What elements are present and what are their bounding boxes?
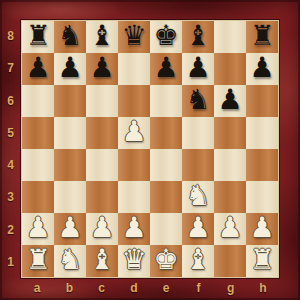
square-h4[interactable] — [246, 149, 278, 181]
piece-black-pawn[interactable]: ♟ — [57, 54, 82, 82]
piece-white-queen[interactable]: ♛ — [121, 246, 146, 274]
square-a5[interactable] — [22, 117, 54, 149]
square-h8[interactable]: ♜ — [246, 21, 278, 53]
square-c6[interactable] — [86, 85, 118, 117]
file-label-h: h — [247, 278, 279, 298]
piece-black-knight[interactable]: ♞ — [185, 86, 210, 114]
square-f3[interactable]: ♞ — [182, 181, 214, 213]
piece-black-king[interactable]: ♚ — [153, 22, 178, 50]
square-f6[interactable]: ♞ — [182, 85, 214, 117]
rank-label-7: 7 — [0, 52, 21, 84]
square-c5[interactable] — [86, 117, 118, 149]
square-b8[interactable]: ♞ — [54, 21, 86, 53]
square-b5[interactable] — [54, 117, 86, 149]
square-f4[interactable] — [182, 149, 214, 181]
rank-label-5: 5 — [0, 117, 21, 149]
file-label-c: c — [86, 278, 118, 298]
file-labels: abcdefgh — [21, 278, 279, 298]
square-h3[interactable] — [246, 181, 278, 213]
square-d2[interactable]: ♟ — [118, 213, 150, 245]
file-label-g: g — [215, 278, 247, 298]
square-f5[interactable] — [182, 117, 214, 149]
file-label-b: b — [53, 278, 85, 298]
square-e3[interactable] — [150, 181, 182, 213]
square-c1[interactable]: ♝ — [86, 245, 118, 277]
square-c2[interactable]: ♟ — [86, 213, 118, 245]
square-h1[interactable]: ♜ — [246, 245, 278, 277]
square-b3[interactable] — [54, 181, 86, 213]
file-label-f: f — [182, 278, 214, 298]
square-d1[interactable]: ♛ — [118, 245, 150, 277]
piece-white-pawn[interactable]: ♟ — [25, 214, 50, 242]
chessboard-app: 87654321 abcdefgh ♜♞♝♛♚♝♜♟♟♟♟♟♟♞♟♟♞♟♟♟♟♟… — [0, 0, 300, 300]
square-a1[interactable]: ♜ — [22, 245, 54, 277]
square-g2[interactable]: ♟ — [214, 213, 246, 245]
square-a7[interactable]: ♟ — [22, 53, 54, 85]
square-c8[interactable]: ♝ — [86, 21, 118, 53]
piece-black-knight[interactable]: ♞ — [57, 22, 82, 50]
piece-black-pawn[interactable]: ♟ — [217, 86, 242, 114]
square-d6[interactable] — [118, 85, 150, 117]
square-e1[interactable]: ♚ — [150, 245, 182, 277]
piece-black-queen[interactable]: ♛ — [121, 22, 146, 50]
square-c3[interactable] — [86, 181, 118, 213]
piece-black-bishop[interactable]: ♝ — [89, 22, 114, 50]
square-f8[interactable]: ♝ — [182, 21, 214, 53]
piece-white-pawn[interactable]: ♟ — [57, 214, 82, 242]
square-e5[interactable] — [150, 117, 182, 149]
piece-white-pawn[interactable]: ♟ — [249, 214, 274, 242]
square-b6[interactable] — [54, 85, 86, 117]
rank-labels: 87654321 — [0, 20, 21, 278]
file-label-e: e — [150, 278, 182, 298]
piece-white-bishop[interactable]: ♝ — [185, 246, 210, 274]
piece-black-rook[interactable]: ♜ — [249, 22, 274, 50]
file-label-d: d — [118, 278, 150, 298]
square-b1[interactable]: ♞ — [54, 245, 86, 277]
rank-label-4: 4 — [0, 149, 21, 181]
rank-label-1: 1 — [0, 246, 21, 278]
square-h2[interactable]: ♟ — [246, 213, 278, 245]
piece-black-bishop[interactable]: ♝ — [185, 22, 210, 50]
file-label-a: a — [21, 278, 53, 298]
square-h6[interactable] — [246, 85, 278, 117]
piece-white-bishop[interactable]: ♝ — [89, 246, 114, 274]
square-e4[interactable] — [150, 149, 182, 181]
piece-white-pawn[interactable]: ♟ — [121, 214, 146, 242]
square-f7[interactable]: ♟ — [182, 53, 214, 85]
piece-white-rook[interactable]: ♜ — [249, 246, 274, 274]
square-g3[interactable] — [214, 181, 246, 213]
square-d5[interactable]: ♟ — [118, 117, 150, 149]
square-g5[interactable] — [214, 117, 246, 149]
piece-white-pawn[interactable]: ♟ — [217, 214, 242, 242]
square-d3[interactable] — [118, 181, 150, 213]
square-f1[interactable]: ♝ — [182, 245, 214, 277]
piece-white-knight[interactable]: ♞ — [185, 182, 210, 210]
piece-white-knight[interactable]: ♞ — [57, 246, 82, 274]
piece-black-rook[interactable]: ♜ — [25, 22, 50, 50]
square-a3[interactable] — [22, 181, 54, 213]
square-b4[interactable] — [54, 149, 86, 181]
rank-label-6: 6 — [0, 85, 21, 117]
square-b2[interactable]: ♟ — [54, 213, 86, 245]
square-g1[interactable] — [214, 245, 246, 277]
square-g4[interactable] — [214, 149, 246, 181]
square-g8[interactable] — [214, 21, 246, 53]
square-h5[interactable] — [246, 117, 278, 149]
square-f2[interactable]: ♟ — [182, 213, 214, 245]
square-c4[interactable] — [86, 149, 118, 181]
square-d4[interactable] — [118, 149, 150, 181]
piece-white-rook[interactable]: ♜ — [25, 246, 50, 274]
square-a8[interactable]: ♜ — [22, 21, 54, 53]
square-h7[interactable]: ♟ — [246, 53, 278, 85]
piece-white-pawn[interactable]: ♟ — [185, 214, 210, 242]
square-e2[interactable] — [150, 213, 182, 245]
piece-white-pawn[interactable]: ♟ — [121, 118, 146, 146]
square-e7[interactable]: ♟ — [150, 53, 182, 85]
piece-white-king[interactable]: ♚ — [153, 246, 178, 274]
piece-black-pawn[interactable]: ♟ — [185, 54, 210, 82]
rank-label-2: 2 — [0, 214, 21, 246]
square-a4[interactable] — [22, 149, 54, 181]
rank-label-8: 8 — [0, 20, 21, 52]
square-d8[interactable]: ♛ — [118, 21, 150, 53]
square-c7[interactable]: ♟ — [86, 53, 118, 85]
piece-white-pawn[interactable]: ♟ — [89, 214, 114, 242]
square-g6[interactable]: ♟ — [214, 85, 246, 117]
square-b7[interactable]: ♟ — [54, 53, 86, 85]
square-a2[interactable]: ♟ — [22, 213, 54, 245]
square-a6[interactable] — [22, 85, 54, 117]
chess-board: ♜♞♝♛♚♝♜♟♟♟♟♟♟♞♟♟♞♟♟♟♟♟♟♟♜♞♝♛♚♝♜ — [21, 20, 279, 278]
piece-black-pawn[interactable]: ♟ — [249, 54, 274, 82]
square-g7[interactable] — [214, 53, 246, 85]
square-d7[interactable] — [118, 53, 150, 85]
square-e6[interactable] — [150, 85, 182, 117]
rank-label-3: 3 — [0, 181, 21, 213]
piece-black-pawn[interactable]: ♟ — [153, 54, 178, 82]
square-e8[interactable]: ♚ — [150, 21, 182, 53]
piece-black-pawn[interactable]: ♟ — [25, 54, 50, 82]
piece-black-pawn[interactable]: ♟ — [89, 54, 114, 82]
